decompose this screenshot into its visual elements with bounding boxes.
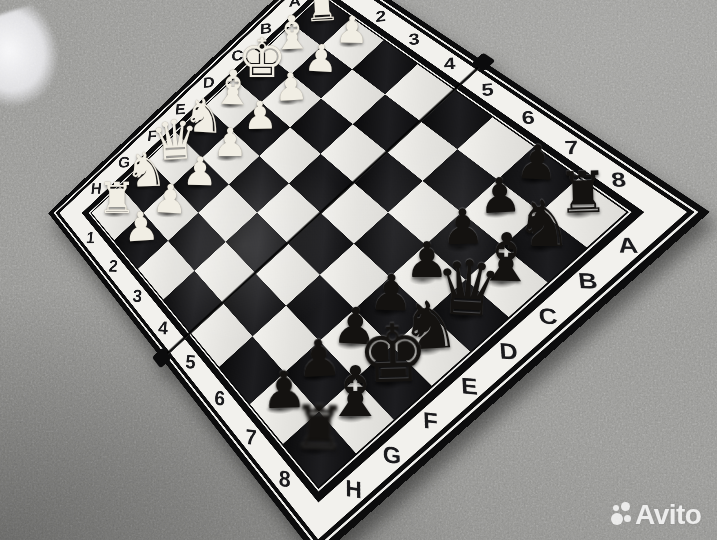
photo-stage: HGFEDCBAHGFEDCBA1234567812345678 ♜♟♝♟♚♟♝…	[0, 0, 717, 540]
rank-label-right-5: 5	[481, 81, 495, 99]
chess-board: HGFEDCBAHGFEDCBA1234567812345678	[48, 0, 710, 540]
file-label-top-B: B	[260, 21, 272, 37]
rank-label-left-4: 4	[158, 319, 169, 338]
squares-grid	[92, 0, 627, 487]
rank-label-right-2: 2	[375, 8, 386, 24]
file-label-bottom-F: F	[423, 409, 439, 434]
avito-watermark: Avito	[611, 499, 701, 531]
file-label-bottom-C: C	[538, 305, 559, 328]
file-label-top-H: H	[90, 181, 102, 197]
avito-watermark-text: Avito	[635, 499, 701, 531]
rank-label-left-1: 1	[85, 230, 95, 246]
rank-label-left-6: 6	[214, 388, 226, 409]
file-label-top-D: D	[203, 75, 215, 91]
rank-label-right-7: 7	[564, 138, 580, 158]
file-label-top-F: F	[147, 128, 158, 143]
file-label-bottom-B: B	[577, 270, 599, 293]
rank-label-left-5: 5	[185, 352, 196, 372]
rank-label-right-4: 4	[443, 55, 456, 73]
file-label-bottom-H: H	[345, 476, 362, 502]
rank-label-left-3: 3	[132, 287, 143, 305]
rank-label-left-2: 2	[108, 258, 118, 275]
rank-label-right-6: 6	[521, 108, 536, 127]
file-label-bottom-D: D	[499, 340, 519, 364]
rank-label-right-3: 3	[408, 31, 420, 48]
file-label-top-G: G	[118, 155, 131, 171]
rank-label-right-1: 1	[344, 0, 354, 3]
avito-logo-icon	[611, 502, 631, 528]
file-label-top-E: E	[175, 102, 187, 118]
file-label-bottom-A: A	[617, 235, 640, 257]
file-label-top-A: A	[289, 0, 302, 9]
board-shadow-wrap: HGFEDCBAHGFEDCBA1234567812345678	[0, 0, 717, 540]
rank-label-right-8: 8	[610, 170, 627, 191]
rank-label-left-7: 7	[245, 426, 257, 449]
rank-label-left-8: 8	[279, 467, 291, 491]
file-label-bottom-G: G	[383, 443, 402, 469]
file-label-bottom-E: E	[461, 374, 479, 398]
file-label-top-C: C	[231, 48, 243, 64]
